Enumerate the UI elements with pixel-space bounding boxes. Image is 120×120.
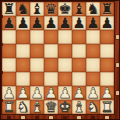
square-f6[interactable] bbox=[72, 30, 86, 44]
white-pawn-icon[interactable]: ♟ bbox=[31, 86, 44, 100]
square-g5[interactable] bbox=[86, 44, 100, 58]
square-b6[interactable] bbox=[16, 30, 30, 44]
frame-notch bbox=[7, 116, 11, 119]
square-a4[interactable] bbox=[2, 58, 16, 72]
square-e6[interactable] bbox=[58, 30, 72, 44]
square-c4[interactable] bbox=[30, 58, 44, 72]
frame-notch bbox=[1, 43, 3, 46]
square-g7[interactable]: ♟ bbox=[86, 16, 100, 30]
chess-board: ♜♞♝♛♚♝♞♜♟♟♟♟♟♟♟♟♟♟♟♟♟♟♟♟♜♞♝♛♚♝♞♜ bbox=[2, 2, 114, 114]
square-d6[interactable] bbox=[44, 30, 58, 44]
white-bishop-icon[interactable]: ♝ bbox=[31, 100, 44, 114]
square-b1[interactable]: ♞ bbox=[16, 100, 30, 114]
square-h8[interactable]: ♜ bbox=[100, 2, 114, 16]
frame-notch bbox=[21, 116, 25, 119]
square-d1[interactable]: ♛ bbox=[44, 100, 58, 114]
white-pawn-icon[interactable]: ♟ bbox=[101, 86, 114, 100]
frame-notch bbox=[49, 116, 53, 119]
square-a1[interactable]: ♜ bbox=[2, 100, 16, 114]
black-bishop-icon[interactable]: ♝ bbox=[73, 2, 86, 16]
square-h4[interactable] bbox=[100, 58, 114, 72]
square-e1[interactable]: ♚ bbox=[58, 100, 72, 114]
square-c6[interactable] bbox=[30, 30, 44, 44]
white-bishop-icon[interactable]: ♝ bbox=[73, 100, 86, 114]
square-b2[interactable]: ♟ bbox=[16, 86, 30, 100]
square-a3[interactable] bbox=[2, 72, 16, 86]
square-f2[interactable]: ♟ bbox=[72, 86, 86, 100]
square-f8[interactable]: ♝ bbox=[72, 2, 86, 16]
square-f7[interactable]: ♟ bbox=[72, 16, 86, 30]
black-king-icon[interactable]: ♚ bbox=[59, 2, 72, 16]
square-b3[interactable] bbox=[16, 72, 30, 86]
frame-notch bbox=[1, 15, 3, 18]
white-king-icon[interactable]: ♚ bbox=[59, 100, 72, 114]
frame-notch bbox=[116, 91, 119, 95]
square-f3[interactable] bbox=[72, 72, 86, 86]
black-pawn-icon[interactable]: ♟ bbox=[3, 16, 16, 30]
black-pawn-icon[interactable]: ♟ bbox=[31, 16, 44, 30]
frame-notch bbox=[35, 116, 39, 119]
frame-notch bbox=[105, 116, 109, 119]
square-h2[interactable]: ♟ bbox=[100, 86, 114, 100]
frame-notch bbox=[1, 71, 3, 74]
square-b5[interactable] bbox=[16, 44, 30, 58]
square-d4[interactable] bbox=[44, 58, 58, 72]
white-rook-icon[interactable]: ♜ bbox=[3, 100, 16, 114]
black-pawn-icon[interactable]: ♟ bbox=[17, 16, 30, 30]
square-e7[interactable]: ♟ bbox=[58, 16, 72, 30]
square-a6[interactable] bbox=[2, 30, 16, 44]
square-d3[interactable] bbox=[44, 72, 58, 86]
square-g1[interactable]: ♞ bbox=[86, 100, 100, 114]
white-pawn-icon[interactable]: ♟ bbox=[87, 86, 100, 100]
black-knight-icon[interactable]: ♞ bbox=[87, 2, 100, 16]
frame-notch bbox=[116, 63, 119, 67]
square-g3[interactable] bbox=[86, 72, 100, 86]
black-bishop-icon[interactable]: ♝ bbox=[31, 2, 44, 16]
square-d5[interactable] bbox=[44, 44, 58, 58]
black-pawn-icon[interactable]: ♟ bbox=[45, 16, 58, 30]
square-e3[interactable] bbox=[58, 72, 72, 86]
frame-notch bbox=[77, 116, 81, 119]
square-d7[interactable]: ♟ bbox=[44, 16, 58, 30]
square-e2[interactable]: ♟ bbox=[58, 86, 72, 100]
square-c2[interactable]: ♟ bbox=[30, 86, 44, 100]
frame-notch bbox=[63, 116, 67, 119]
white-knight-icon[interactable]: ♞ bbox=[17, 100, 30, 114]
black-pawn-icon[interactable]: ♟ bbox=[59, 16, 72, 30]
frame-notch bbox=[1, 99, 3, 102]
square-c1[interactable]: ♝ bbox=[30, 100, 44, 114]
square-a8[interactable]: ♜ bbox=[2, 2, 16, 16]
square-h1[interactable]: ♜ bbox=[100, 100, 114, 114]
black-rook-icon[interactable]: ♜ bbox=[3, 2, 16, 16]
square-h7[interactable]: ♟ bbox=[100, 16, 114, 30]
square-d8[interactable]: ♛ bbox=[44, 2, 58, 16]
square-g6[interactable] bbox=[86, 30, 100, 44]
square-f4[interactable] bbox=[72, 58, 86, 72]
white-knight-icon[interactable]: ♞ bbox=[87, 100, 100, 114]
white-pawn-icon[interactable]: ♟ bbox=[17, 86, 30, 100]
square-c3[interactable] bbox=[30, 72, 44, 86]
white-pawn-icon[interactable]: ♟ bbox=[3, 86, 16, 100]
square-b8[interactable]: ♞ bbox=[16, 2, 30, 16]
square-a5[interactable] bbox=[2, 44, 16, 58]
square-f5[interactable] bbox=[72, 44, 86, 58]
square-h5[interactable] bbox=[100, 44, 114, 58]
square-g4[interactable] bbox=[86, 58, 100, 72]
white-pawn-icon[interactable]: ♟ bbox=[73, 86, 86, 100]
black-rook-icon[interactable]: ♜ bbox=[101, 2, 114, 16]
frame-notch bbox=[91, 116, 95, 119]
square-e8[interactable]: ♚ bbox=[58, 2, 72, 16]
square-g8[interactable]: ♞ bbox=[86, 2, 100, 16]
square-c5[interactable] bbox=[30, 44, 44, 58]
black-knight-icon[interactable]: ♞ bbox=[17, 2, 30, 16]
square-h3[interactable] bbox=[100, 72, 114, 86]
square-f1[interactable]: ♝ bbox=[72, 100, 86, 114]
square-e4[interactable] bbox=[58, 58, 72, 72]
white-queen-icon[interactable]: ♛ bbox=[45, 100, 58, 114]
square-d2[interactable]: ♟ bbox=[44, 86, 58, 100]
black-pawn-icon[interactable]: ♟ bbox=[73, 16, 86, 30]
white-pawn-icon[interactable]: ♟ bbox=[45, 86, 58, 100]
chess-app-window: ♜♞♝♛♚♝♞♜♟♟♟♟♟♟♟♟♟♟♟♟♟♟♟♟♜♞♝♛♚♝♞♜ bbox=[0, 0, 120, 120]
square-c8[interactable]: ♝ bbox=[30, 2, 44, 16]
square-b7[interactable]: ♟ bbox=[16, 16, 30, 30]
square-h6[interactable] bbox=[100, 30, 114, 44]
black-queen-icon[interactable]: ♛ bbox=[45, 2, 58, 16]
square-g2[interactable]: ♟ bbox=[86, 86, 100, 100]
square-a2[interactable]: ♟ bbox=[2, 86, 16, 100]
black-pawn-icon[interactable]: ♟ bbox=[101, 16, 114, 30]
white-rook-icon[interactable]: ♜ bbox=[101, 100, 114, 114]
black-pawn-icon[interactable]: ♟ bbox=[87, 16, 100, 30]
square-e5[interactable] bbox=[58, 44, 72, 58]
white-pawn-icon[interactable]: ♟ bbox=[59, 86, 72, 100]
square-a7[interactable]: ♟ bbox=[2, 16, 16, 30]
square-b4[interactable] bbox=[16, 58, 30, 72]
square-c7[interactable]: ♟ bbox=[30, 16, 44, 30]
frame-notch bbox=[116, 35, 119, 39]
